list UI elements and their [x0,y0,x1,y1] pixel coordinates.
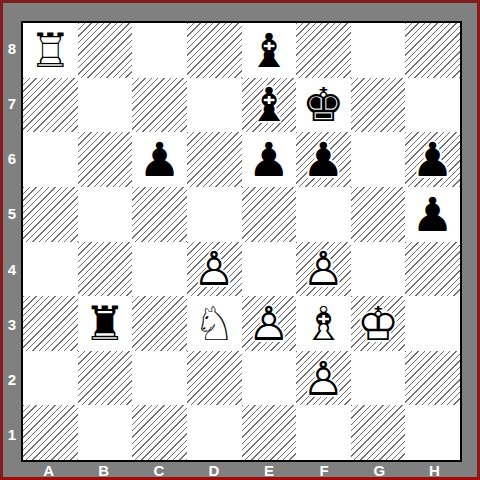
white-bishop[interactable]: ♝♗ [296,296,351,351]
white-piece-outline: ♗ [302,300,344,347]
square-e3[interactable]: ♟♙ [242,296,297,351]
rank-label-3: 3 [3,297,21,352]
white-pawn[interactable]: ♟♙ [296,351,351,406]
square-a8[interactable]: ♜♖ [23,23,78,78]
square-f5[interactable] [296,187,351,242]
square-f2[interactable]: ♟♙ [296,351,351,406]
square-g3[interactable]: ♚♔ [351,296,406,351]
square-e2[interactable] [242,351,297,406]
square-f4[interactable]: ♟♙ [296,242,351,297]
square-g8[interactable] [351,23,406,78]
white-knight[interactable]: ♞♘ [187,296,242,351]
square-h7[interactable] [405,78,460,133]
square-e8[interactable]: ♝ [242,23,297,78]
rank-label-7: 7 [3,76,21,131]
square-g2[interactable] [351,351,406,406]
square-f6[interactable]: ♟ [296,132,351,187]
white-piece-outline: ♙ [193,245,235,292]
white-piece-outline: ♙ [248,300,290,347]
square-c1[interactable] [132,405,187,460]
square-e4[interactable] [242,242,297,297]
black-pawn[interactable]: ♟ [405,187,460,242]
square-g1[interactable] [351,405,406,460]
square-f7[interactable]: ♚ [296,78,351,133]
square-d8[interactable] [187,23,242,78]
square-g5[interactable] [351,187,406,242]
white-pawn[interactable]: ♟♙ [296,242,351,297]
file-label-h: H [407,462,462,479]
file-label-e: E [242,462,297,479]
square-a7[interactable] [23,78,78,133]
square-a1[interactable] [23,405,78,460]
black-pawn[interactable]: ♟ [242,132,297,187]
rank-labels: 87654321 [3,21,21,462]
square-e7[interactable]: ♝ [242,78,297,133]
square-e6[interactable]: ♟ [242,132,297,187]
square-b7[interactable] [78,78,133,133]
square-f8[interactable] [296,23,351,78]
black-pawn[interactable]: ♟ [296,132,351,187]
file-label-g: G [352,462,407,479]
black-bishop[interactable]: ♝ [242,23,297,78]
square-c2[interactable] [132,351,187,406]
square-d7[interactable] [187,78,242,133]
file-label-b: B [76,462,131,479]
file-label-c: C [131,462,186,479]
square-c7[interactable] [132,78,187,133]
white-piece-outline: ♘ [193,300,235,347]
black-pawn[interactable]: ♟ [405,132,460,187]
file-label-f: F [297,462,352,479]
white-king[interactable]: ♚♔ [351,296,406,351]
square-c4[interactable] [132,242,187,297]
square-b3[interactable]: ♜ [78,296,133,351]
square-c5[interactable] [132,187,187,242]
square-c3[interactable] [132,296,187,351]
square-b8[interactable] [78,23,133,78]
square-h3[interactable] [405,296,460,351]
white-rook[interactable]: ♜♖ [23,23,78,78]
file-label-a: A [21,462,76,479]
square-h1[interactable] [405,405,460,460]
white-pawn[interactable]: ♟♙ [187,242,242,297]
black-pawn[interactable]: ♟ [132,132,187,187]
square-a2[interactable] [23,351,78,406]
square-h6[interactable]: ♟ [405,132,460,187]
white-piece-outline: ♔ [357,300,399,347]
square-h2[interactable] [405,351,460,406]
square-g7[interactable] [351,78,406,133]
rank-label-6: 6 [3,131,21,186]
board[interactable]: ♜♖♝♝♚♟♟♟♟♟♟♙♟♙♜♞♘♟♙♝♗♚♔♟♙ [21,21,462,462]
white-piece-outline: ♙ [302,245,344,292]
rank-label-2: 2 [3,352,21,407]
rank-label-8: 8 [3,21,21,76]
square-h5[interactable]: ♟ [405,187,460,242]
square-b1[interactable] [78,405,133,460]
square-b6[interactable] [78,132,133,187]
rank-label-4: 4 [3,242,21,297]
black-rook[interactable]: ♜ [78,296,133,351]
square-f3[interactable]: ♝♗ [296,296,351,351]
square-d4[interactable]: ♟♙ [187,242,242,297]
square-d6[interactable] [187,132,242,187]
square-e1[interactable] [242,405,297,460]
square-f1[interactable] [296,405,351,460]
square-b2[interactable] [78,351,133,406]
rank-label-5: 5 [3,186,21,241]
square-h4[interactable] [405,242,460,297]
black-bishop[interactable]: ♝ [242,78,297,133]
white-piece-outline: ♖ [29,27,71,74]
square-e5[interactable] [242,187,297,242]
white-pawn[interactable]: ♟♙ [242,296,297,351]
square-a6[interactable] [23,132,78,187]
square-b4[interactable] [78,242,133,297]
black-king[interactable]: ♚ [296,78,351,133]
square-a5[interactable] [23,187,78,242]
square-g4[interactable] [351,242,406,297]
square-d2[interactable] [187,351,242,406]
square-a3[interactable] [23,296,78,351]
rank-label-1: 1 [3,407,21,462]
square-a4[interactable] [23,242,78,297]
square-d5[interactable] [187,187,242,242]
chess-diagram: 87654321 ♜♖♝♝♚♟♟♟♟♟♟♙♟♙♜♞♘♟♙♝♗♚♔♟♙ ABCDE… [0,0,480,480]
file-labels: ABCDEFGH [21,462,462,477]
square-c6[interactable]: ♟ [132,132,187,187]
square-d1[interactable] [187,405,242,460]
square-c8[interactable] [132,23,187,78]
square-d3[interactable]: ♞♘ [187,296,242,351]
file-label-d: D [186,462,241,479]
square-h8[interactable] [405,23,460,78]
square-b5[interactable] [78,187,133,242]
white-piece-outline: ♙ [302,355,344,402]
square-g6[interactable] [351,132,406,187]
